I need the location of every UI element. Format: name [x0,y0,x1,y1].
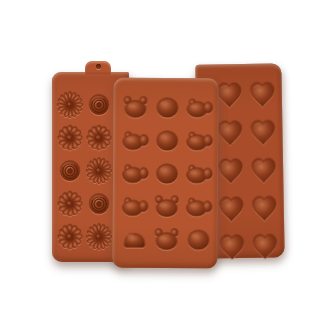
animal-cavity-cow [184,192,214,222]
heart-cavity-heart [248,155,280,187]
animal-cavity-pig [184,126,214,156]
flower-cavity-chrysanthemum [56,91,84,119]
flower-cavity-chrysanthemum [85,223,113,251]
animal-chocolate-mold [112,78,218,269]
heart-cavity-heart [247,117,279,149]
heart-cavity-heart [214,117,246,149]
product-photo [0,0,327,327]
flower-cavity-chrysanthemum [85,157,113,185]
animal-cavity-ladybug [152,158,182,188]
animal-cavity-squirrel [120,125,150,155]
flower-cavity-daisy [56,223,84,251]
flower-cavity-daisy [56,124,84,152]
heart-cavity-heart [247,79,279,111]
animal-cavity-hedgehog [152,125,182,155]
hanging-hole [96,64,101,69]
animal-cavity-bear [151,224,181,254]
animal-cavity-bear [120,92,150,122]
animal-cavity-hippo [120,158,150,188]
animal-cavity-pig [184,159,214,189]
flower-cavity-grid [55,88,113,253]
animal-cavity-crab [184,93,214,123]
flower-cavity-daisy [56,190,84,218]
animal-cavity-panda [152,191,182,221]
animal-cavity-snail [183,225,213,255]
flower-cavity-daisy [85,124,113,152]
animal-cavity-turtle [119,224,149,254]
flower-cavity-rose [85,190,113,218]
heart-cavity-heart [249,231,281,263]
flower-cavity-rose [85,91,113,119]
heart-cavity-heart [215,155,247,187]
heart-cavity-heart [216,193,248,225]
heart-cavity-heart [216,231,248,263]
animal-cavity-chick [152,92,182,122]
animal-cavity-grid [118,91,215,257]
animal-cavity-pig [120,191,150,221]
hanging-tab [85,61,111,75]
heart-cavity-heart [249,193,281,225]
flower-cavity-rose [56,157,84,185]
